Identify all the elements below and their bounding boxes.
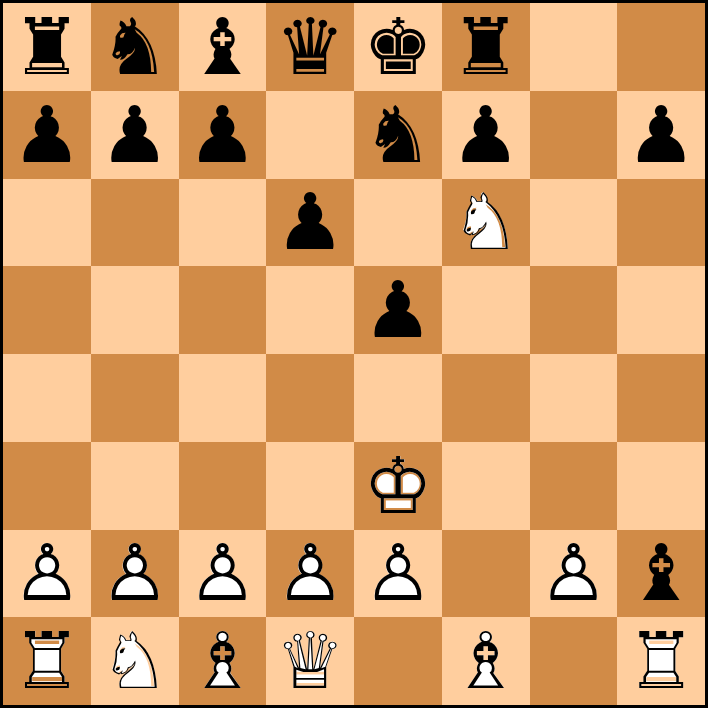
square-h5[interactable] (617, 266, 705, 354)
square-f7[interactable]: ♟ (442, 91, 530, 179)
square-g4[interactable] (530, 354, 618, 442)
square-d7[interactable] (266, 91, 354, 179)
square-c2[interactable]: ♟♙ (179, 530, 267, 618)
square-e5[interactable]: ♟ (354, 266, 442, 354)
square-a6[interactable] (3, 179, 91, 267)
square-e2[interactable]: ♟♙ (354, 530, 442, 618)
black-pawn-a7[interactable]: ♟ (12, 96, 82, 174)
square-b7[interactable]: ♟ (91, 91, 179, 179)
square-d6[interactable]: ♟ (266, 179, 354, 267)
square-f6[interactable]: ♞♘ (442, 179, 530, 267)
square-g5[interactable] (530, 266, 618, 354)
square-d5[interactable] (266, 266, 354, 354)
square-g6[interactable] (530, 179, 618, 267)
piece-outline-layer: ♗ (451, 617, 521, 705)
white-pawn-e2[interactable]: ♟♙ (363, 534, 433, 612)
black-rook-a8[interactable]: ♜ (12, 8, 82, 86)
square-f4[interactable] (442, 354, 530, 442)
black-bishop-h2[interactable]: ♝ (626, 534, 696, 612)
piece-outline-layer: ♙ (275, 530, 345, 618)
piece-outline-layer: ♘ (100, 617, 170, 705)
chess-board: ♜♞♝♛♚♜♟♟♟♞♟♟♟♞♘♟♚♔♟♙♟♙♟♙♟♙♟♙♟♙♝♜♖♞♘♝♗♛♕♝… (0, 0, 708, 708)
square-g3[interactable] (530, 442, 618, 530)
square-a1[interactable]: ♜♖ (3, 617, 91, 705)
piece-outline-layer: ♙ (538, 530, 608, 618)
white-queen-d1[interactable]: ♛♕ (275, 622, 345, 700)
white-bishop-c1[interactable]: ♝♗ (187, 622, 257, 700)
square-b4[interactable] (91, 354, 179, 442)
square-a7[interactable]: ♟ (3, 91, 91, 179)
square-d3[interactable] (266, 442, 354, 530)
square-g8[interactable] (530, 3, 618, 91)
square-f2[interactable] (442, 530, 530, 618)
square-h2[interactable]: ♝ (617, 530, 705, 618)
white-pawn-a2[interactable]: ♟♙ (12, 534, 82, 612)
square-e6[interactable] (354, 179, 442, 267)
square-d2[interactable]: ♟♙ (266, 530, 354, 618)
square-g2[interactable]: ♟♙ (530, 530, 618, 618)
square-f3[interactable] (442, 442, 530, 530)
square-a2[interactable]: ♟♙ (3, 530, 91, 618)
white-knight-f6[interactable]: ♞♘ (451, 183, 521, 261)
piece-outline-layer: ♘ (451, 179, 521, 267)
square-e7[interactable]: ♞ (354, 91, 442, 179)
square-f5[interactable] (442, 266, 530, 354)
square-d8[interactable]: ♛ (266, 3, 354, 91)
square-h4[interactable] (617, 354, 705, 442)
square-g1[interactable] (530, 617, 618, 705)
square-b8[interactable]: ♞ (91, 3, 179, 91)
square-a3[interactable] (3, 442, 91, 530)
black-pawn-b7[interactable]: ♟ (100, 96, 170, 174)
black-bishop-c8[interactable]: ♝ (187, 8, 257, 86)
square-a4[interactable] (3, 354, 91, 442)
square-c5[interactable] (179, 266, 267, 354)
black-rook-f8[interactable]: ♜ (451, 8, 521, 86)
white-knight-b1[interactable]: ♞♘ (100, 622, 170, 700)
square-h1[interactable]: ♜♖ (617, 617, 705, 705)
square-d4[interactable] (266, 354, 354, 442)
piece-outline-layer: ♖ (626, 617, 696, 705)
black-knight-b8[interactable]: ♞ (100, 8, 170, 86)
piece-outline-layer: ♙ (100, 530, 170, 618)
white-rook-a1[interactable]: ♜♖ (12, 622, 82, 700)
square-d1[interactable]: ♛♕ (266, 617, 354, 705)
square-a5[interactable] (3, 266, 91, 354)
square-b1[interactable]: ♞♘ (91, 617, 179, 705)
piece-outline-layer: ♔ (363, 442, 433, 530)
square-b3[interactable] (91, 442, 179, 530)
square-c8[interactable]: ♝ (179, 3, 267, 91)
square-h7[interactable]: ♟ (617, 91, 705, 179)
white-king-e3[interactable]: ♚♔ (363, 447, 433, 525)
square-c1[interactable]: ♝♗ (179, 617, 267, 705)
square-b5[interactable] (91, 266, 179, 354)
piece-outline-layer: ♙ (187, 530, 257, 618)
white-pawn-g2[interactable]: ♟♙ (538, 534, 608, 612)
square-f8[interactable]: ♜ (442, 3, 530, 91)
square-g7[interactable] (530, 91, 618, 179)
piece-outline-layer: ♖ (12, 617, 82, 705)
square-c3[interactable] (179, 442, 267, 530)
black-pawn-d6[interactable]: ♟ (275, 183, 345, 261)
white-rook-h1[interactable]: ♜♖ (626, 622, 696, 700)
square-e4[interactable] (354, 354, 442, 442)
black-pawn-h7[interactable]: ♟ (626, 96, 696, 174)
square-c7[interactable]: ♟ (179, 91, 267, 179)
square-e3[interactable]: ♚♔ (354, 442, 442, 530)
square-h6[interactable] (617, 179, 705, 267)
square-e8[interactable]: ♚ (354, 3, 442, 91)
white-pawn-d2[interactable]: ♟♙ (275, 534, 345, 612)
square-a8[interactable]: ♜ (3, 3, 91, 91)
square-c4[interactable] (179, 354, 267, 442)
black-queen-d8[interactable]: ♛ (275, 8, 345, 86)
white-pawn-b2[interactable]: ♟♙ (100, 534, 170, 612)
black-king-e8[interactable]: ♚ (363, 8, 433, 86)
piece-outline-layer: ♙ (12, 530, 82, 618)
square-f1[interactable]: ♝♗ (442, 617, 530, 705)
piece-outline-layer: ♙ (363, 530, 433, 618)
square-h3[interactable] (617, 442, 705, 530)
black-knight-e7[interactable]: ♞ (363, 96, 433, 174)
square-b2[interactable]: ♟♙ (91, 530, 179, 618)
square-b6[interactable] (91, 179, 179, 267)
piece-outline-layer: ♗ (187, 617, 257, 705)
white-pawn-c2[interactable]: ♟♙ (187, 534, 257, 612)
black-pawn-f7[interactable]: ♟ (451, 96, 521, 174)
black-pawn-e5[interactable]: ♟ (363, 271, 433, 349)
white-bishop-f1[interactable]: ♝♗ (451, 622, 521, 700)
square-c6[interactable] (179, 179, 267, 267)
square-e1[interactable] (354, 617, 442, 705)
piece-outline-layer: ♕ (275, 617, 345, 705)
black-pawn-c7[interactable]: ♟ (187, 96, 257, 174)
square-h8[interactable] (617, 3, 705, 91)
chess-board-wrapper: ♜♞♝♛♚♜♟♟♟♞♟♟♟♞♘♟♚♔♟♙♟♙♟♙♟♙♟♙♟♙♝♜♖♞♘♝♗♛♕♝… (0, 0, 708, 708)
